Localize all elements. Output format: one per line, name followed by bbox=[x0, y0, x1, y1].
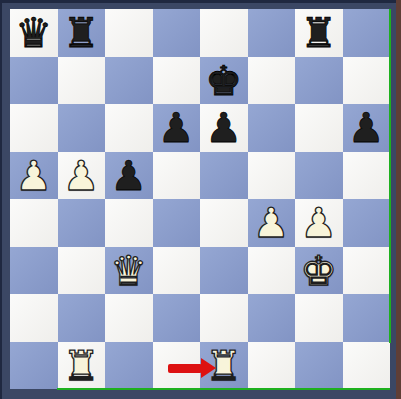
square-d3[interactable] bbox=[153, 247, 201, 295]
square-g1[interactable] bbox=[295, 342, 343, 390]
square-e3[interactable] bbox=[200, 247, 248, 295]
square-h7[interactable] bbox=[343, 57, 391, 105]
square-g5[interactable] bbox=[295, 152, 343, 200]
square-h8[interactable] bbox=[343, 9, 391, 57]
square-g7[interactable] bbox=[295, 57, 343, 105]
move-arrow-shaft bbox=[168, 364, 202, 373]
square-d4[interactable] bbox=[153, 199, 201, 247]
square-b5[interactable]: ♟ bbox=[58, 152, 106, 200]
square-h2[interactable] bbox=[343, 294, 391, 342]
square-d8[interactable] bbox=[153, 9, 201, 57]
chess-board: ♛♜♜♚♟♟♟♟♟♟♟♟♛♚♜♜ bbox=[10, 9, 390, 389]
piece-black-rook[interactable]: ♜ bbox=[295, 9, 343, 57]
square-h4[interactable] bbox=[343, 199, 391, 247]
piece-black-pawn[interactable]: ♟ bbox=[343, 104, 391, 152]
square-c1[interactable] bbox=[105, 342, 153, 390]
square-f4[interactable]: ♟ bbox=[248, 199, 296, 247]
piece-white-queen[interactable]: ♛ bbox=[105, 247, 153, 295]
piece-black-rook[interactable]: ♜ bbox=[58, 9, 106, 57]
square-a8[interactable]: ♛ bbox=[10, 9, 58, 57]
square-b1[interactable]: ♜ bbox=[58, 342, 106, 390]
piece-white-rook[interactable]: ♜ bbox=[58, 342, 106, 390]
square-b8[interactable]: ♜ bbox=[58, 9, 106, 57]
square-e4[interactable] bbox=[200, 199, 248, 247]
square-c7[interactable] bbox=[105, 57, 153, 105]
square-b7[interactable] bbox=[58, 57, 106, 105]
square-h1[interactable] bbox=[343, 342, 391, 390]
square-h3[interactable] bbox=[343, 247, 391, 295]
square-f6[interactable] bbox=[248, 104, 296, 152]
square-d7[interactable] bbox=[153, 57, 201, 105]
square-c2[interactable] bbox=[105, 294, 153, 342]
piece-black-pawn[interactable]: ♟ bbox=[153, 104, 201, 152]
square-h6[interactable]: ♟ bbox=[343, 104, 391, 152]
square-a7[interactable] bbox=[10, 57, 58, 105]
square-a4[interactable] bbox=[10, 199, 58, 247]
square-a1[interactable] bbox=[10, 342, 58, 390]
square-g4[interactable]: ♟ bbox=[295, 199, 343, 247]
square-f2[interactable] bbox=[248, 294, 296, 342]
board-highlight-right bbox=[389, 9, 391, 343]
piece-black-queen[interactable]: ♛ bbox=[10, 9, 58, 57]
square-b4[interactable] bbox=[58, 199, 106, 247]
window-right-edge bbox=[396, 0, 401, 399]
board-highlight-bottom bbox=[57, 388, 390, 390]
piece-white-pawn[interactable]: ♟ bbox=[58, 152, 106, 200]
square-g8[interactable]: ♜ bbox=[295, 9, 343, 57]
piece-white-pawn[interactable]: ♟ bbox=[295, 199, 343, 247]
piece-white-pawn[interactable]: ♟ bbox=[248, 199, 296, 247]
window-top-edge bbox=[0, 0, 401, 3]
square-f5[interactable] bbox=[248, 152, 296, 200]
piece-black-pawn[interactable]: ♟ bbox=[200, 104, 248, 152]
square-a2[interactable] bbox=[10, 294, 58, 342]
move-arrow bbox=[168, 358, 216, 379]
square-e2[interactable] bbox=[200, 294, 248, 342]
square-g3[interactable]: ♚ bbox=[295, 247, 343, 295]
square-c4[interactable] bbox=[105, 199, 153, 247]
square-b6[interactable] bbox=[58, 104, 106, 152]
square-f7[interactable] bbox=[248, 57, 296, 105]
move-arrow-head bbox=[201, 358, 216, 378]
square-e8[interactable] bbox=[200, 9, 248, 57]
chess-gui-window: ♛♜♜♚♟♟♟♟♟♟♟♟♛♚♜♜ bbox=[0, 0, 401, 399]
square-c8[interactable] bbox=[105, 9, 153, 57]
square-c6[interactable] bbox=[105, 104, 153, 152]
square-f1[interactable] bbox=[248, 342, 296, 390]
square-g6[interactable] bbox=[295, 104, 343, 152]
square-c5[interactable]: ♟ bbox=[105, 152, 153, 200]
square-h5[interactable] bbox=[343, 152, 391, 200]
piece-white-king[interactable]: ♚ bbox=[295, 247, 343, 295]
square-d5[interactable] bbox=[153, 152, 201, 200]
square-b2[interactable] bbox=[58, 294, 106, 342]
square-a6[interactable] bbox=[10, 104, 58, 152]
square-d6[interactable]: ♟ bbox=[153, 104, 201, 152]
square-f3[interactable] bbox=[248, 247, 296, 295]
square-a3[interactable] bbox=[10, 247, 58, 295]
piece-black-pawn[interactable]: ♟ bbox=[105, 152, 153, 200]
piece-black-king[interactable]: ♚ bbox=[200, 57, 248, 105]
square-f8[interactable] bbox=[248, 9, 296, 57]
square-e5[interactable] bbox=[200, 152, 248, 200]
square-d2[interactable] bbox=[153, 294, 201, 342]
square-e6[interactable]: ♟ bbox=[200, 104, 248, 152]
square-e7[interactable]: ♚ bbox=[200, 57, 248, 105]
square-g2[interactable] bbox=[295, 294, 343, 342]
square-b3[interactable] bbox=[58, 247, 106, 295]
piece-white-pawn[interactable]: ♟ bbox=[10, 152, 58, 200]
square-a5[interactable]: ♟ bbox=[10, 152, 58, 200]
window-left-edge bbox=[0, 0, 2, 399]
square-c3[interactable]: ♛ bbox=[105, 247, 153, 295]
